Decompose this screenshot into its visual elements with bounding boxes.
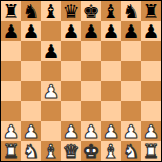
square-g1[interactable]: ♞ bbox=[121, 141, 141, 161]
black-queen-piece[interactable]: ♛ bbox=[62, 1, 79, 21]
white-bishop-piece[interactable]: ♝ bbox=[102, 141, 119, 161]
square-a2[interactable]: ♟ bbox=[1, 121, 21, 141]
black-rook-piece[interactable]: ♜ bbox=[142, 1, 159, 21]
square-b2[interactable]: ♟ bbox=[21, 121, 41, 141]
white-pawn-piece[interactable]: ♟ bbox=[142, 121, 159, 141]
white-pawn-piece[interactable]: ♟ bbox=[22, 121, 39, 141]
square-f7[interactable]: ♟ bbox=[101, 21, 121, 41]
black-pawn-piece[interactable]: ♟ bbox=[82, 21, 99, 41]
square-f6[interactable] bbox=[101, 41, 121, 61]
square-b1[interactable]: ♞ bbox=[21, 141, 41, 161]
square-a6[interactable] bbox=[1, 41, 21, 61]
square-h4[interactable] bbox=[141, 81, 161, 101]
white-pawn-piece[interactable]: ♟ bbox=[42, 81, 59, 101]
square-d2[interactable]: ♟ bbox=[61, 121, 81, 141]
square-b8[interactable]: ♞ bbox=[21, 1, 41, 21]
black-knight-piece[interactable]: ♞ bbox=[122, 1, 139, 21]
square-d3[interactable] bbox=[61, 101, 81, 121]
white-bishop-piece[interactable]: ♝ bbox=[42, 141, 59, 161]
white-rook-piece[interactable]: ♜ bbox=[2, 141, 19, 161]
black-bishop-piece[interactable]: ♝ bbox=[42, 1, 59, 21]
square-c8[interactable]: ♝ bbox=[41, 1, 61, 21]
square-h7[interactable]: ♟ bbox=[141, 21, 161, 41]
square-e5[interactable] bbox=[81, 61, 101, 81]
square-a7[interactable]: ♟ bbox=[1, 21, 21, 41]
square-c6[interactable]: ♟ bbox=[41, 41, 61, 61]
black-knight-piece[interactable]: ♞ bbox=[22, 1, 39, 21]
black-king-piece[interactable]: ♚ bbox=[82, 1, 99, 21]
square-h2[interactable]: ♟ bbox=[141, 121, 161, 141]
square-c1[interactable]: ♝ bbox=[41, 141, 61, 161]
square-e4[interactable] bbox=[81, 81, 101, 101]
square-e8[interactable]: ♚ bbox=[81, 1, 101, 21]
square-a1[interactable]: ♜ bbox=[1, 141, 21, 161]
square-h8[interactable]: ♜ bbox=[141, 1, 161, 21]
square-g5[interactable] bbox=[121, 61, 141, 81]
white-rook-piece[interactable]: ♜ bbox=[142, 141, 159, 161]
square-a4[interactable] bbox=[1, 81, 21, 101]
square-d5[interactable] bbox=[61, 61, 81, 81]
white-king-piece[interactable]: ♚ bbox=[82, 141, 99, 161]
square-e3[interactable] bbox=[81, 101, 101, 121]
square-h6[interactable] bbox=[141, 41, 161, 61]
square-f1[interactable]: ♝ bbox=[101, 141, 121, 161]
square-f5[interactable] bbox=[101, 61, 121, 81]
square-h5[interactable] bbox=[141, 61, 161, 81]
square-c2[interactable] bbox=[41, 121, 61, 141]
black-pawn-piece[interactable]: ♟ bbox=[42, 41, 59, 61]
square-e6[interactable] bbox=[81, 41, 101, 61]
square-f8[interactable]: ♝ bbox=[101, 1, 121, 21]
white-pawn-piece[interactable]: ♟ bbox=[102, 121, 119, 141]
white-pawn-piece[interactable]: ♟ bbox=[2, 121, 19, 141]
square-d1[interactable]: ♛ bbox=[61, 141, 81, 161]
square-e7[interactable]: ♟ bbox=[81, 21, 101, 41]
white-queen-piece[interactable]: ♛ bbox=[62, 141, 79, 161]
white-pawn-piece[interactable]: ♟ bbox=[122, 121, 139, 141]
square-b3[interactable] bbox=[21, 101, 41, 121]
square-g7[interactable]: ♟ bbox=[121, 21, 141, 41]
square-d7[interactable]: ♟ bbox=[61, 21, 81, 41]
square-d6[interactable] bbox=[61, 41, 81, 61]
square-h1[interactable]: ♜ bbox=[141, 141, 161, 161]
square-g2[interactable]: ♟ bbox=[121, 121, 141, 141]
square-b4[interactable] bbox=[21, 81, 41, 101]
black-pawn-piece[interactable]: ♟ bbox=[62, 21, 79, 41]
square-c5[interactable] bbox=[41, 61, 61, 81]
square-a8[interactable]: ♜ bbox=[1, 1, 21, 21]
square-a3[interactable] bbox=[1, 101, 21, 121]
square-f4[interactable] bbox=[101, 81, 121, 101]
square-b5[interactable] bbox=[21, 61, 41, 81]
square-g8[interactable]: ♞ bbox=[121, 1, 141, 21]
black-pawn-piece[interactable]: ♟ bbox=[102, 21, 119, 41]
white-knight-piece[interactable]: ♞ bbox=[122, 141, 139, 161]
chess-board: ♜♞♝♛♚♝♞♜♟♟♟♟♟♟♟♟♟♟♟♟♟♟♟♟♜♞♝♛♚♝♞♜ bbox=[0, 0, 162, 162]
square-c4[interactable]: ♟ bbox=[41, 81, 61, 101]
square-f2[interactable]: ♟ bbox=[101, 121, 121, 141]
black-pawn-piece[interactable]: ♟ bbox=[2, 21, 19, 41]
black-pawn-piece[interactable]: ♟ bbox=[122, 21, 139, 41]
square-d4[interactable] bbox=[61, 81, 81, 101]
white-knight-piece[interactable]: ♞ bbox=[22, 141, 39, 161]
square-d8[interactable]: ♛ bbox=[61, 1, 81, 21]
black-pawn-piece[interactable]: ♟ bbox=[22, 21, 39, 41]
square-c3[interactable] bbox=[41, 101, 61, 121]
white-pawn-piece[interactable]: ♟ bbox=[62, 121, 79, 141]
square-a5[interactable] bbox=[1, 61, 21, 81]
black-rook-piece[interactable]: ♜ bbox=[2, 1, 19, 21]
square-f3[interactable] bbox=[101, 101, 121, 121]
square-c7[interactable] bbox=[41, 21, 61, 41]
square-e2[interactable]: ♟ bbox=[81, 121, 101, 141]
square-g4[interactable] bbox=[121, 81, 141, 101]
square-b7[interactable]: ♟ bbox=[21, 21, 41, 41]
white-pawn-piece[interactable]: ♟ bbox=[82, 121, 99, 141]
square-e1[interactable]: ♚ bbox=[81, 141, 101, 161]
black-bishop-piece[interactable]: ♝ bbox=[102, 1, 119, 21]
square-h3[interactable] bbox=[141, 101, 161, 121]
square-g6[interactable] bbox=[121, 41, 141, 61]
black-pawn-piece[interactable]: ♟ bbox=[142, 21, 159, 41]
square-g3[interactable] bbox=[121, 101, 141, 121]
square-b6[interactable] bbox=[21, 41, 41, 61]
